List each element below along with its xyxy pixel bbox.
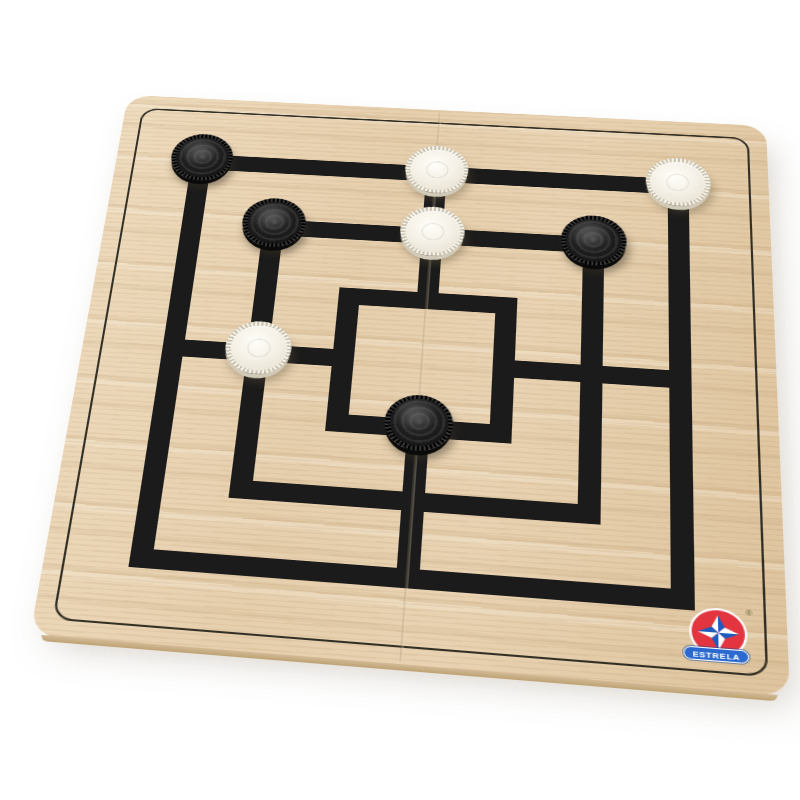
photo-background: ® ESTRELA	[0, 0, 800, 800]
estrela-logo: ® ESTRELA	[691, 608, 745, 664]
morris-board: ® ESTRELA	[30, 95, 790, 697]
registered-mark: ®	[745, 608, 752, 618]
